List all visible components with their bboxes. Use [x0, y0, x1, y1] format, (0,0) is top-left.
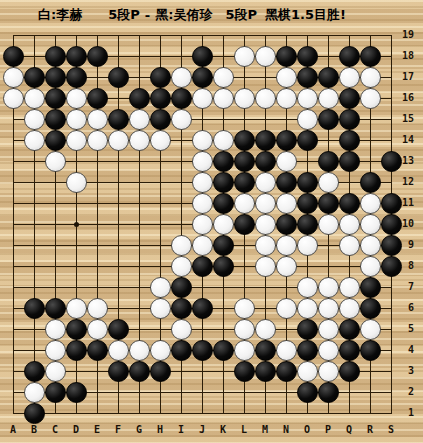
row-label-1: 1 [396, 407, 414, 418]
white-stone [255, 256, 276, 277]
white-stone [129, 340, 150, 361]
white-stone [276, 298, 297, 319]
black-stone [66, 382, 87, 403]
column-label-B: B [26, 424, 42, 435]
column-label-G: G [131, 424, 147, 435]
white-stone [66, 172, 87, 193]
row-label-5: 5 [396, 323, 414, 334]
black-stone [171, 298, 192, 319]
black-stone [213, 193, 234, 214]
white-stone [360, 319, 381, 340]
black-stone [339, 130, 360, 151]
game-result: 黑棋1.5目胜! [265, 6, 346, 24]
white-stone [297, 277, 318, 298]
black-stone [150, 109, 171, 130]
column-label-M: M [257, 424, 273, 435]
white-stone [192, 214, 213, 235]
black-stone [108, 361, 129, 382]
black-stone [171, 277, 192, 298]
black-stone [297, 340, 318, 361]
white-stone [318, 172, 339, 193]
column-label-P: P [320, 424, 336, 435]
column-label-A: A [5, 424, 21, 435]
white-stone [255, 172, 276, 193]
white-stone [276, 235, 297, 256]
row-label-19: 19 [396, 29, 414, 40]
black-stone [108, 67, 129, 88]
column-label-F: F [110, 424, 126, 435]
column-label-I: I [173, 424, 189, 435]
white-stone [192, 88, 213, 109]
row-label-12: 12 [396, 176, 414, 187]
black-stone [45, 130, 66, 151]
black-stone [192, 46, 213, 67]
column-label-K: K [215, 424, 231, 435]
black-stone [3, 46, 24, 67]
row-label-11: 11 [396, 197, 414, 208]
white-stone [255, 235, 276, 256]
white-stone [171, 235, 192, 256]
white-player-rank: 5段P [108, 6, 140, 24]
white-stone [66, 88, 87, 109]
white-stone [255, 193, 276, 214]
white-stone [171, 67, 192, 88]
white-stone [276, 340, 297, 361]
white-stone [360, 88, 381, 109]
players-separator: - [145, 8, 150, 23]
white-stone [192, 130, 213, 151]
black-stone [255, 361, 276, 382]
black-stone [213, 172, 234, 193]
white-stone [24, 88, 45, 109]
black-stone [360, 277, 381, 298]
row-label-18: 18 [396, 50, 414, 61]
white-stone [66, 130, 87, 151]
black-stone [192, 298, 213, 319]
white-stone [24, 130, 45, 151]
column-label-E: E [89, 424, 105, 435]
column-label-O: O [299, 424, 315, 435]
black-stone [276, 172, 297, 193]
row-label-9: 9 [396, 239, 414, 250]
black-stone [339, 88, 360, 109]
go-game-window: 白:李赫 5段P - 黑:吴侑珍 5段P 黑棋1.5目胜! ABCDEFGHIJ… [0, 0, 423, 443]
black-stone [45, 298, 66, 319]
black-stone [108, 109, 129, 130]
white-stone [108, 130, 129, 151]
white-stone [192, 151, 213, 172]
black-stone [360, 172, 381, 193]
column-label-D: D [68, 424, 84, 435]
black-stone [297, 67, 318, 88]
black-stone [297, 193, 318, 214]
black-stone [234, 130, 255, 151]
white-stone [360, 67, 381, 88]
black-stone [318, 193, 339, 214]
white-stone [276, 88, 297, 109]
black-stone [192, 256, 213, 277]
row-label-13: 13 [396, 155, 414, 166]
black-stone [255, 130, 276, 151]
white-stone [45, 340, 66, 361]
black-stone [297, 382, 318, 403]
white-stone [213, 67, 234, 88]
white-stone [360, 214, 381, 235]
white-stone [171, 256, 192, 277]
black-stone [339, 151, 360, 172]
white-stone [318, 319, 339, 340]
white-stone [234, 298, 255, 319]
black-stone [24, 67, 45, 88]
black-stone [318, 109, 339, 130]
white-stone [192, 172, 213, 193]
white-stone [234, 193, 255, 214]
column-label-R: R [362, 424, 378, 435]
row-label-10: 10 [396, 218, 414, 229]
white-stone [45, 361, 66, 382]
white-stone [318, 340, 339, 361]
black-stone [150, 361, 171, 382]
black-stone [297, 319, 318, 340]
white-stone [129, 130, 150, 151]
black-stone [297, 172, 318, 193]
black-stone [297, 46, 318, 67]
row-label-6: 6 [396, 302, 414, 313]
white-stone [213, 88, 234, 109]
black-stone [213, 235, 234, 256]
black-stone [87, 46, 108, 67]
column-label-J: J [194, 424, 210, 435]
white-stone [360, 193, 381, 214]
white-stone [150, 340, 171, 361]
column-label-H: H [152, 424, 168, 435]
black-stone [129, 88, 150, 109]
black-stone [66, 319, 87, 340]
black-stone [318, 67, 339, 88]
white-stone [150, 277, 171, 298]
black-stone [213, 340, 234, 361]
white-stone [129, 109, 150, 130]
white-stone [297, 298, 318, 319]
white-stone [108, 340, 129, 361]
black-stone [297, 214, 318, 235]
white-stone [213, 130, 234, 151]
white-stone [360, 235, 381, 256]
row-label-2: 2 [396, 386, 414, 397]
white-stone [297, 88, 318, 109]
black-stone [339, 361, 360, 382]
black-stone [318, 151, 339, 172]
black-stone [129, 361, 150, 382]
black-stone [150, 67, 171, 88]
black-stone [339, 319, 360, 340]
row-label-14: 14 [396, 134, 414, 145]
column-label-C: C [47, 424, 63, 435]
black-stone [192, 67, 213, 88]
row-label-7: 7 [396, 281, 414, 292]
black-stone [360, 298, 381, 319]
white-stone [45, 319, 66, 340]
white-stone [255, 88, 276, 109]
row-label-16: 16 [396, 92, 414, 103]
white-stone [3, 88, 24, 109]
white-player-name: 白:李赫 [38, 6, 82, 24]
black-stone [45, 67, 66, 88]
black-player-rank: 5段P [225, 6, 257, 24]
white-stone [297, 361, 318, 382]
white-stone [150, 130, 171, 151]
white-stone [234, 88, 255, 109]
black-stone [234, 361, 255, 382]
white-stone [255, 319, 276, 340]
white-stone [87, 109, 108, 130]
white-stone [276, 256, 297, 277]
black-stone [276, 46, 297, 67]
white-stone [45, 151, 66, 172]
white-stone [255, 214, 276, 235]
black-stone [24, 298, 45, 319]
white-stone [234, 340, 255, 361]
white-stone [297, 109, 318, 130]
white-stone [276, 193, 297, 214]
row-label-15: 15 [396, 113, 414, 124]
white-stone [87, 130, 108, 151]
white-stone [213, 214, 234, 235]
column-label-N: N [278, 424, 294, 435]
black-stone [66, 46, 87, 67]
black-stone [255, 340, 276, 361]
white-stone [339, 298, 360, 319]
white-stone [66, 298, 87, 319]
black-stone [297, 130, 318, 151]
white-stone [87, 298, 108, 319]
row-label-8: 8 [396, 260, 414, 271]
white-stone [339, 214, 360, 235]
black-stone [234, 172, 255, 193]
white-stone [24, 382, 45, 403]
white-stone [318, 88, 339, 109]
black-stone [339, 340, 360, 361]
white-stone [318, 361, 339, 382]
black-stone [213, 256, 234, 277]
white-stone [255, 46, 276, 67]
black-player-name: 黑:吴侑珍 [155, 6, 212, 24]
black-stone [24, 361, 45, 382]
black-stone [339, 109, 360, 130]
black-stone [171, 340, 192, 361]
black-stone [339, 193, 360, 214]
black-stone [45, 46, 66, 67]
black-stone [45, 88, 66, 109]
white-stone [318, 214, 339, 235]
white-stone [318, 277, 339, 298]
white-stone [234, 46, 255, 67]
black-stone [360, 46, 381, 67]
black-stone [108, 319, 129, 340]
black-stone [45, 109, 66, 130]
white-stone [24, 109, 45, 130]
white-stone [318, 298, 339, 319]
black-stone [360, 340, 381, 361]
black-stone [213, 151, 234, 172]
row-label-17: 17 [396, 71, 414, 82]
white-stone [3, 67, 24, 88]
white-stone [171, 319, 192, 340]
black-stone [171, 88, 192, 109]
white-stone [192, 193, 213, 214]
black-stone [276, 130, 297, 151]
white-stone [66, 109, 87, 130]
black-stone [318, 382, 339, 403]
white-stone [234, 319, 255, 340]
black-stone [234, 214, 255, 235]
row-label-3: 3 [396, 365, 414, 376]
black-stone [276, 361, 297, 382]
black-stone [276, 214, 297, 235]
white-stone [360, 256, 381, 277]
column-label-S: S [383, 424, 399, 435]
black-stone [234, 151, 255, 172]
black-stone [150, 88, 171, 109]
black-stone [87, 340, 108, 361]
white-stone [297, 235, 318, 256]
game-info-bar: 白:李赫 5段P - 黑:吴侑珍 5段P 黑棋1.5目胜! [0, 3, 423, 27]
white-stone [276, 151, 297, 172]
black-stone [66, 340, 87, 361]
black-stone [66, 67, 87, 88]
row-label-4: 4 [396, 344, 414, 355]
column-label-L: L [236, 424, 252, 435]
black-stone [45, 382, 66, 403]
white-stone [171, 109, 192, 130]
white-stone [150, 298, 171, 319]
white-stone [192, 235, 213, 256]
white-stone [339, 235, 360, 256]
white-stone [339, 67, 360, 88]
black-stone [339, 46, 360, 67]
black-stone [255, 151, 276, 172]
white-stone [87, 319, 108, 340]
black-stone [87, 88, 108, 109]
black-stone [24, 403, 45, 424]
star-point [74, 222, 79, 227]
white-stone [276, 67, 297, 88]
black-stone [192, 340, 213, 361]
column-label-Q: Q [341, 424, 357, 435]
white-stone [339, 277, 360, 298]
